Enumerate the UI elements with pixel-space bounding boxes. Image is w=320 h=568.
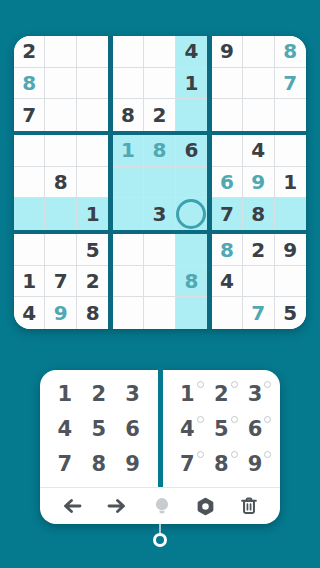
cell-r7c6[interactable] [176, 234, 207, 266]
numpad-digit-3[interactable]: 3 [116, 376, 150, 411]
cell-r3c3[interactable] [77, 99, 108, 131]
user-digit: 8 [184, 269, 198, 293]
cell-r9c9[interactable]: 5 [275, 297, 306, 329]
note-ring-icon [231, 416, 238, 423]
cell-r6c7[interactable]: 7 [212, 198, 243, 230]
user-digit: 9 [251, 170, 265, 194]
cell-r1c6[interactable]: 4 [176, 36, 207, 68]
user-digit: 8 [283, 39, 297, 63]
box-3: 987 [212, 36, 306, 131]
notes-digit-label: 6 [248, 417, 263, 441]
cell-r7c3[interactable]: 5 [77, 234, 108, 266]
given-digit: 7 [22, 103, 36, 127]
given-digit: 2 [153, 103, 167, 127]
given-digit: 7 [220, 202, 234, 226]
numpad-digit-1[interactable]: 1 [48, 376, 82, 411]
given-digit: 9 [220, 39, 234, 63]
cell-r4c6[interactable]: 6 [176, 135, 207, 167]
cell-r4c9[interactable] [275, 135, 306, 167]
note-ring-icon [264, 381, 271, 388]
given-digit: 9 [283, 238, 297, 262]
user-digit: 7 [251, 301, 265, 325]
hint-button[interactable] [151, 495, 173, 517]
given-digit: 2 [251, 238, 265, 262]
cell-r2c9[interactable]: 7 [275, 68, 306, 100]
number-pads: 123456789 123456789 [40, 370, 280, 487]
cell-r9c6[interactable] [176, 297, 207, 329]
numpad-digit-6[interactable]: 6 [116, 411, 150, 446]
notes-digit-6[interactable]: 6 [238, 411, 272, 446]
given-digit: 8 [54, 170, 68, 194]
cell-r2c4[interactable] [113, 68, 144, 100]
box-6: 469178 [212, 135, 306, 230]
cell-r1c2[interactable] [45, 36, 76, 68]
cell-r4c3[interactable] [77, 135, 108, 167]
given-digit: 5 [86, 238, 100, 262]
numpad-digit-2[interactable]: 2 [82, 376, 116, 411]
user-digit: 8 [22, 71, 36, 95]
cell-r5c9[interactable]: 1 [275, 167, 306, 199]
cell-r8c8[interactable] [243, 266, 274, 298]
cell-r1c5[interactable] [144, 36, 175, 68]
given-digit: 8 [121, 103, 135, 127]
note-ring-icon [197, 451, 204, 458]
cell-r4c2[interactable] [45, 135, 76, 167]
sudoku-board: 287418298781186346917851724988829475 [14, 36, 306, 329]
cell-r3c6[interactable] [176, 99, 207, 131]
input-sheet: 123456789 123456789 [40, 370, 280, 524]
given-digit: 8 [86, 301, 100, 325]
cell-r3c2[interactable] [45, 99, 76, 131]
cell-r8c1[interactable]: 1 [14, 266, 45, 298]
cell-r7c1[interactable] [14, 234, 45, 266]
cell-r7c4[interactable] [113, 234, 144, 266]
cell-r2c7[interactable] [212, 68, 243, 100]
gear-icon [194, 495, 217, 518]
numpad-digit-7[interactable]: 7 [48, 446, 82, 481]
given-digit: 7 [54, 269, 68, 293]
given-digit: 5 [283, 301, 297, 325]
cell-r1c1[interactable]: 2 [14, 36, 45, 68]
cell-r7c8[interactable]: 2 [243, 234, 274, 266]
cell-r3c5[interactable]: 2 [144, 99, 175, 131]
cell-r9c4[interactable] [113, 297, 144, 329]
undo-arrow-icon [60, 494, 84, 518]
sheet-handle-ring[interactable] [153, 533, 167, 547]
given-digit: 6 [184, 138, 198, 162]
cell-r5c3[interactable] [77, 167, 108, 199]
digit-pad: 123456789 [40, 370, 158, 487]
numpad-digit-5[interactable]: 5 [82, 411, 116, 446]
box-9: 829475 [212, 234, 306, 329]
notes-digit-label: 5 [214, 417, 229, 441]
notes-pad: 123456789 [163, 370, 281, 487]
cell-r2c8[interactable] [243, 68, 274, 100]
cell-r8c4[interactable] [113, 266, 144, 298]
box-4: 81 [14, 135, 108, 230]
cell-r5c1[interactable] [14, 167, 45, 199]
cell-r6c9[interactable] [275, 198, 306, 230]
cell-r5c8[interactable]: 9 [243, 167, 274, 199]
cell-r9c7[interactable] [212, 297, 243, 329]
cell-r7c2[interactable] [45, 234, 76, 266]
cell-r8c6[interactable]: 8 [176, 266, 207, 298]
cell-r5c2[interactable]: 8 [45, 167, 76, 199]
cell-r8c3[interactable]: 2 [77, 266, 108, 298]
given-digit: 4 [22, 301, 36, 325]
box-8: 8 [113, 234, 207, 329]
notes-digit-1[interactable]: 1 [171, 376, 205, 411]
user-digit: 7 [283, 71, 297, 95]
cell-r6c3[interactable]: 1 [77, 198, 108, 230]
cell-r2c6[interactable]: 1 [176, 68, 207, 100]
given-digit: 1 [22, 269, 36, 293]
cell-r9c8[interactable]: 7 [243, 297, 274, 329]
notes-digit-label: 7 [180, 452, 195, 476]
given-digit: 1 [184, 71, 198, 95]
box-5: 1863 [113, 135, 207, 230]
cell-r5c4[interactable] [113, 167, 144, 199]
notes-digit-label: 1 [180, 382, 195, 406]
cell-r6c6[interactable] [176, 198, 207, 230]
user-digit: 6 [220, 170, 234, 194]
note-ring-icon [264, 451, 271, 458]
notes-digit-9[interactable]: 9 [238, 446, 272, 481]
cell-r8c7[interactable]: 4 [212, 266, 243, 298]
cell-r4c4[interactable]: 1 [113, 135, 144, 167]
cell-r2c3[interactable] [77, 68, 108, 100]
cell-r2c1[interactable]: 8 [14, 68, 45, 100]
cell-r2c5[interactable] [144, 68, 175, 100]
cell-r6c2[interactable] [45, 198, 76, 230]
given-digit: 2 [86, 269, 100, 293]
note-ring-icon [264, 416, 271, 423]
undo-button[interactable] [60, 494, 84, 518]
cell-r3c1[interactable]: 7 [14, 99, 45, 131]
cell-r3c7[interactable] [212, 99, 243, 131]
cell-r5c6[interactable] [176, 167, 207, 199]
box-1: 287 [14, 36, 108, 131]
redo-arrow-icon [105, 494, 129, 518]
numpad-digit-4[interactable]: 4 [48, 411, 82, 446]
given-digit: 4 [184, 39, 198, 63]
settings-button[interactable] [194, 495, 217, 518]
notes-digit-label: 4 [180, 417, 195, 441]
user-digit: 9 [54, 301, 68, 325]
notes-digit-2[interactable]: 2 [204, 376, 238, 411]
given-digit: 2 [22, 39, 36, 63]
user-digit: 1 [121, 138, 135, 162]
cell-r4c5[interactable]: 8 [144, 135, 175, 167]
notes-digit-7[interactable]: 7 [171, 446, 205, 481]
note-ring-icon [197, 381, 204, 388]
given-digit: 1 [86, 202, 100, 226]
cell-r5c7[interactable]: 6 [212, 167, 243, 199]
trash-icon [238, 495, 260, 517]
given-digit: 4 [220, 269, 234, 293]
notes-digit-label: 8 [214, 452, 229, 476]
cell-r4c8[interactable]: 4 [243, 135, 274, 167]
notes-digit-label: 3 [248, 382, 263, 406]
box-7: 5172498 [14, 234, 108, 329]
delete-button[interactable] [238, 495, 260, 517]
user-digit: 8 [220, 238, 234, 262]
cell-r3c8[interactable] [243, 99, 274, 131]
numpad-digit-8[interactable]: 8 [82, 446, 116, 481]
cell-r2c2[interactable] [45, 68, 76, 100]
cell-r6c4[interactable] [113, 198, 144, 230]
cell-r8c2[interactable]: 7 [45, 266, 76, 298]
given-digit: 8 [251, 202, 265, 226]
user-digit: 8 [153, 138, 167, 162]
cell-r8c5[interactable] [144, 266, 175, 298]
cell-r1c9[interactable]: 8 [275, 36, 306, 68]
cell-r3c4[interactable]: 8 [113, 99, 144, 131]
cell-r4c7[interactable] [212, 135, 243, 167]
given-digit: 1 [283, 170, 297, 194]
box-2: 4182 [113, 36, 207, 131]
sudoku-app-screen: 287418298781186346917851724988829475 123… [0, 0, 320, 568]
cell-r5c5[interactable] [144, 167, 175, 199]
cell-r6c1[interactable] [14, 198, 45, 230]
given-digit: 3 [153, 202, 167, 226]
cell-r4c1[interactable] [14, 135, 45, 167]
notes-digit-label: 2 [214, 382, 229, 406]
cell-r7c7[interactable]: 8 [212, 234, 243, 266]
cell-r8c9[interactable] [275, 266, 306, 298]
cell-r7c9[interactable]: 9 [275, 234, 306, 266]
cell-r9c1[interactable]: 4 [14, 297, 45, 329]
cell-r7c5[interactable] [144, 234, 175, 266]
cell-r3c9[interactable] [275, 99, 306, 131]
cell-r1c7[interactable]: 9 [212, 36, 243, 68]
cell-r9c3[interactable]: 8 [77, 297, 108, 329]
notes-digit-4[interactable]: 4 [171, 411, 205, 446]
notes-digit-5[interactable]: 5 [204, 411, 238, 446]
cell-r6c8[interactable]: 8 [243, 198, 274, 230]
cell-r1c4[interactable] [113, 36, 144, 68]
given-digit: 4 [251, 138, 265, 162]
numpad-digit-9[interactable]: 9 [116, 446, 150, 481]
cell-r1c3[interactable] [77, 36, 108, 68]
cell-r6c5[interactable]: 3 [144, 198, 175, 230]
notes-digit-label: 9 [248, 452, 263, 476]
note-ring-icon [197, 416, 204, 423]
note-ring-icon [231, 451, 238, 458]
notes-digit-3[interactable]: 3 [238, 376, 272, 411]
cell-r1c8[interactable] [243, 36, 274, 68]
notes-digit-8[interactable]: 8 [204, 446, 238, 481]
cell-r9c5[interactable] [144, 297, 175, 329]
lightbulb-icon [151, 495, 173, 517]
toolbar [40, 487, 280, 524]
cell-r9c2[interactable]: 9 [45, 297, 76, 329]
redo-button[interactable] [105, 494, 129, 518]
note-ring-icon [231, 381, 238, 388]
